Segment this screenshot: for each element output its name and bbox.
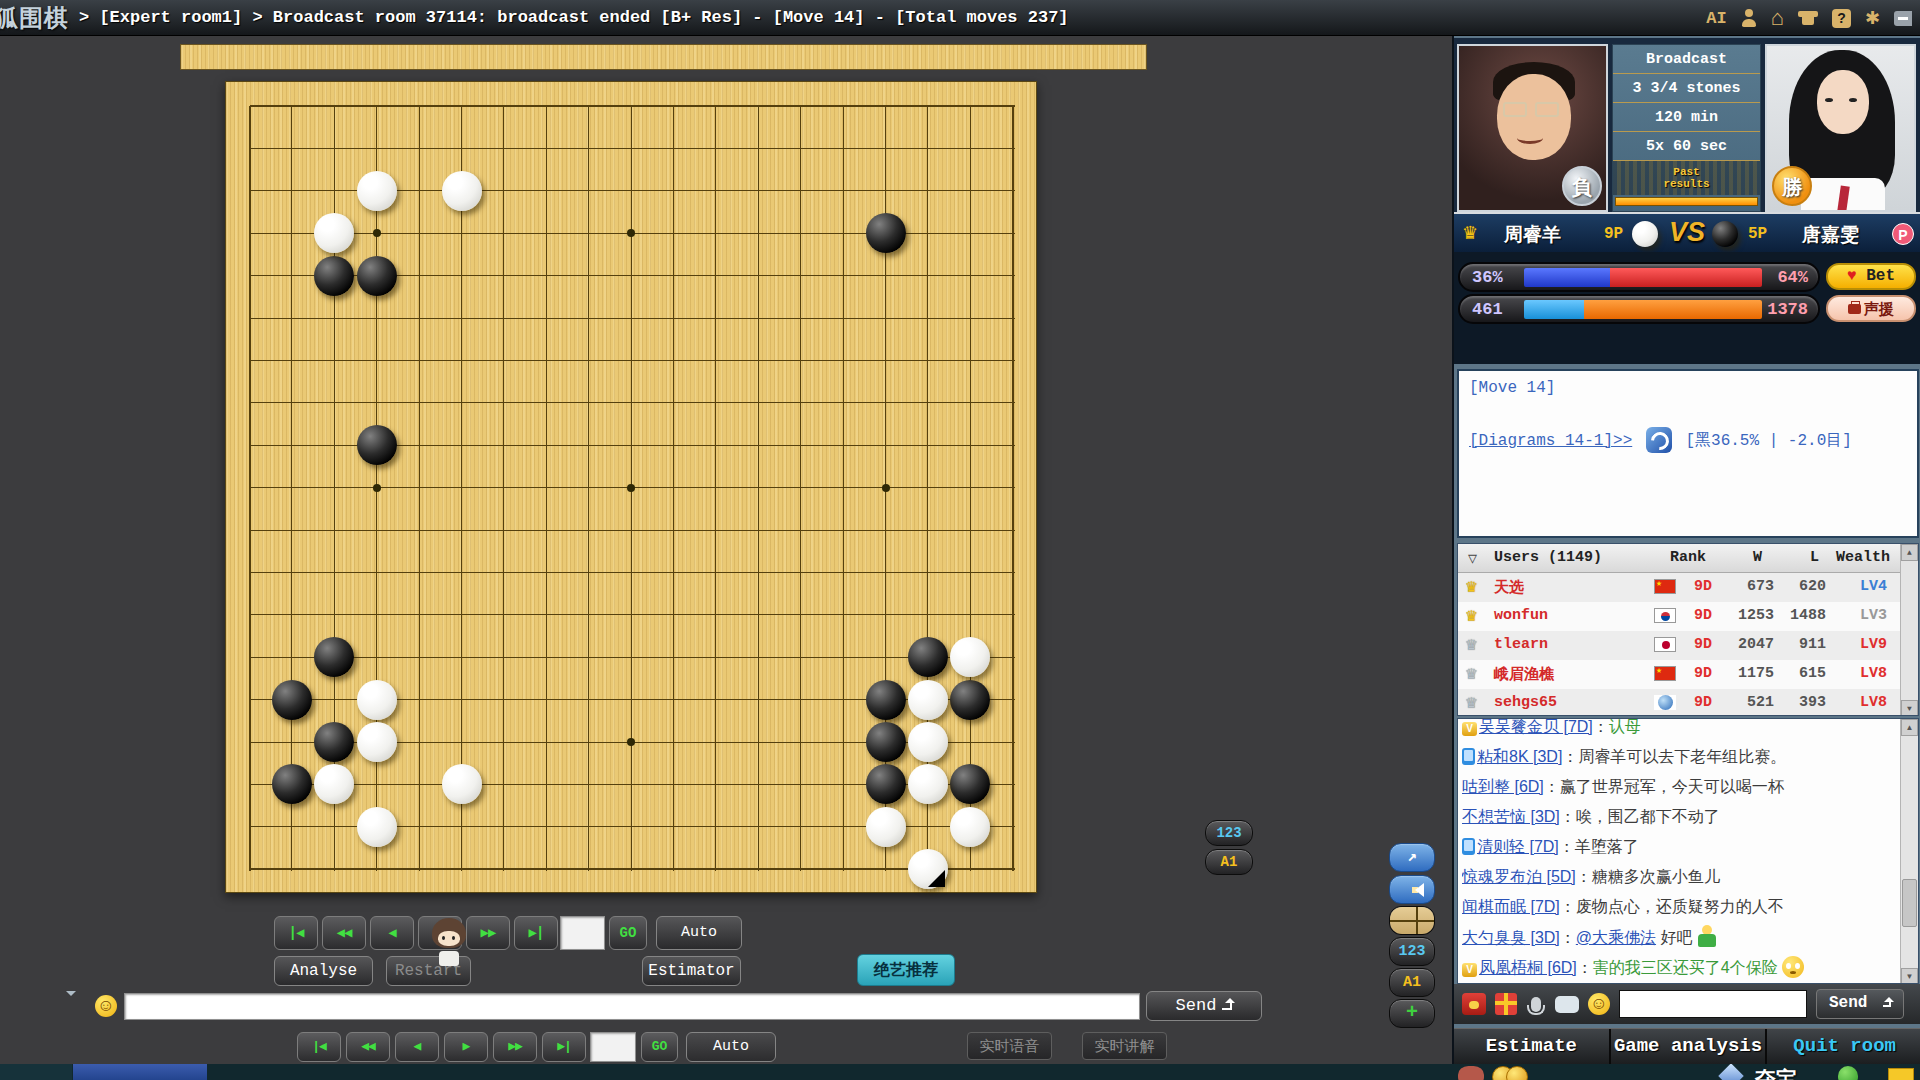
live-commentary-button[interactable]: 实时讲解 bbox=[1082, 1032, 1167, 1060]
game-analysis-button[interactable]: Game analysis bbox=[1611, 1029, 1768, 1064]
smiley-icon[interactable]: ☺ bbox=[1588, 993, 1610, 1015]
vip-badge-icon: V bbox=[1462, 722, 1477, 736]
user-wins: 521 bbox=[1728, 694, 1774, 711]
user-wealth-level: LV8 bbox=[1860, 665, 1887, 682]
diamond-icon[interactable] bbox=[1718, 1064, 1743, 1080]
user-name[interactable]: 天选 bbox=[1494, 578, 1524, 597]
chat-text: 糖糖多次赢小鱼儿 bbox=[1592, 868, 1720, 885]
stone-black bbox=[314, 256, 354, 296]
nav-first-button[interactable]: |◀ bbox=[297, 1032, 341, 1062]
stone-black bbox=[357, 256, 397, 296]
room-footer-buttons: Estimate score Game analysis Quit room bbox=[1454, 1028, 1920, 1064]
app-logo: 狐围棋 bbox=[0, 2, 69, 34]
quit-room-button[interactable]: Quit room bbox=[1767, 1029, 1920, 1064]
treasure-label[interactable]: 夺宝 bbox=[1755, 1065, 1797, 1080]
go-button[interactable]: GO bbox=[609, 916, 647, 950]
star-point bbox=[627, 738, 635, 746]
user-losses: 393 bbox=[1780, 694, 1826, 711]
stone-black bbox=[866, 213, 906, 253]
white-vote-pct: 36% bbox=[1472, 268, 1503, 287]
chat-text: 好吧 bbox=[1656, 929, 1692, 946]
auto-print-button[interactable]: Auto Print bbox=[656, 916, 742, 950]
black-result-medal: 勝 bbox=[1772, 166, 1812, 206]
user-crown-icon: ♛ bbox=[1466, 636, 1477, 654]
user-row[interactable]: ♛wonfun9D12531488LV3 bbox=[1458, 602, 1918, 631]
person-emoji bbox=[1697, 925, 1717, 947]
star-point bbox=[882, 484, 890, 492]
star-point bbox=[373, 484, 381, 492]
flag-jp-icon bbox=[1654, 637, 1676, 652]
chat-text: 认母 bbox=[1609, 718, 1641, 735]
black-stone-icon bbox=[1712, 221, 1738, 247]
chat-text: 周睿羊可以去下老年组比赛。 bbox=[1578, 748, 1786, 765]
mascot-avatar bbox=[431, 918, 467, 966]
scroll-down-arrow[interactable]: ▼ bbox=[1901, 700, 1918, 716]
match-main-time: 120 min bbox=[1613, 103, 1760, 132]
chat-message: 咕到整 [6D]：赢了世界冠军，今天可以喝一杯 bbox=[1462, 775, 1898, 799]
move-label: [Move 14] bbox=[1459, 371, 1917, 405]
home-icon[interactable]: ⌂ bbox=[1771, 8, 1784, 28]
gift-icon[interactable] bbox=[1495, 993, 1517, 1015]
eval-text: [黑36.5% | -2.0目] bbox=[1685, 432, 1851, 450]
heart-icon: ♥ bbox=[1847, 267, 1857, 285]
user-row[interactable]: ♛tlearn9D2047911LV9 bbox=[1458, 631, 1918, 660]
user-name[interactable]: 峨眉渔樵 bbox=[1494, 665, 1554, 684]
bet-button[interactable]: ♥ Bet bbox=[1826, 263, 1916, 290]
user-wins: 673 bbox=[1728, 578, 1774, 595]
ai-button[interactable]: AI bbox=[1706, 9, 1726, 28]
black-vote-pct: 64% bbox=[1777, 268, 1808, 287]
stone-white bbox=[357, 680, 397, 720]
chat-text: 赢了世界冠军，今天可以喝一杯 bbox=[1560, 778, 1784, 795]
room-send-button[interactable]: Send bbox=[1816, 989, 1904, 1019]
stone-black bbox=[866, 722, 906, 762]
chat-message: 闻棋而眠 [7D]：废物点心，还质疑努力的人不 bbox=[1462, 895, 1898, 919]
chat-user-link[interactable]: 凤凰梧桐 [6D] bbox=[1479, 959, 1577, 976]
profile-icon[interactable] bbox=[1741, 9, 1757, 27]
stone-black bbox=[272, 680, 312, 720]
black-player-rank: 5P bbox=[1748, 225, 1767, 243]
stone-black bbox=[950, 764, 990, 804]
star-point bbox=[627, 229, 635, 237]
star-point bbox=[373, 229, 381, 237]
user-losses: 615 bbox=[1780, 665, 1826, 682]
nav-back-button[interactable]: ◀ bbox=[395, 1032, 439, 1062]
user-wealth-level: LV3 bbox=[1860, 607, 1887, 624]
money-bag-icon[interactable] bbox=[1458, 1066, 1484, 1080]
chat-scroll-thumb[interactable] bbox=[1902, 879, 1917, 927]
mobile-badge-icon bbox=[1462, 838, 1475, 855]
users-header[interactable]: Users (1149) bbox=[1494, 549, 1602, 566]
vip-badge-icon: V bbox=[1462, 963, 1477, 977]
stone-white bbox=[442, 764, 482, 804]
chat-text: 害的我三区还买了4个保险 bbox=[1593, 959, 1778, 976]
taskbar-left bbox=[0, 1064, 72, 1080]
chat-message: 不想苦恼 [3D]：唉，围乙都下不动了 bbox=[1462, 805, 1898, 829]
estimate-score-button[interactable]: Estimate score bbox=[1454, 1029, 1611, 1064]
user-list-scrollbar[interactable]: ▲ ▼ bbox=[1900, 544, 1918, 716]
players-name-bar: ♛ 周睿羊 9P VS 5P 唐嘉雯 P bbox=[1454, 212, 1920, 252]
mobile-badge-icon bbox=[1462, 748, 1475, 765]
stone-white bbox=[908, 764, 948, 804]
user-crown-icon: ♛ bbox=[1466, 694, 1477, 712]
pleading-face-emoji bbox=[1782, 956, 1804, 978]
analysis-engine-icon bbox=[1646, 427, 1672, 453]
nav-last-button[interactable]: ▶| bbox=[514, 916, 558, 950]
stone-white bbox=[314, 764, 354, 804]
user-losses: 1488 bbox=[1780, 607, 1826, 624]
stone-black bbox=[908, 637, 948, 677]
coin-icon[interactable] bbox=[1506, 1066, 1528, 1080]
fox-go-app: 狐围棋 > [Expert room1] > Broadcast room 37… bbox=[0, 0, 1920, 1080]
white-player-name[interactable]: 周睿羊 bbox=[1504, 222, 1561, 248]
chat-text: 唉，围乙都下不动了 bbox=[1576, 808, 1720, 825]
theme-shirt-icon[interactable] bbox=[1798, 11, 1818, 25]
stone-white bbox=[908, 722, 948, 762]
chat-message: 粘和8K [3D]：周睿羊可以去下老年组比赛。 bbox=[1462, 745, 1898, 769]
rank-header[interactable]: Rank bbox=[1670, 549, 1706, 566]
match-byoyomi: 5x 60 sec bbox=[1613, 132, 1760, 161]
coordinates-badge-a1[interactable]: A1 bbox=[1205, 849, 1253, 875]
nav-last-button[interactable]: ▶| bbox=[542, 1032, 586, 1062]
board-style-button[interactable] bbox=[1389, 906, 1435, 935]
user-name[interactable]: wonfun bbox=[1494, 607, 1548, 624]
user-name[interactable]: sehgs65 bbox=[1494, 694, 1557, 711]
scroll-up-arrow[interactable]: ▲ bbox=[1901, 544, 1918, 561]
stone-white bbox=[357, 807, 397, 847]
past-results-bar bbox=[1615, 197, 1758, 206]
minimize-button[interactable] bbox=[1894, 11, 1912, 26]
sound-button[interactable] bbox=[1389, 875, 1435, 904]
chat-message: V凤凰梧桐 [6D]：害的我三区还买了4个保险 bbox=[1462, 956, 1898, 980]
coords-button[interactable]: A1 bbox=[1389, 968, 1435, 997]
chat-scroll-up[interactable]: ▲ bbox=[1901, 719, 1918, 736]
stone-black bbox=[866, 764, 906, 804]
chat-toolbar: ☺ Send bbox=[1454, 984, 1920, 1024]
spectator-chat-input[interactable] bbox=[124, 993, 1140, 1020]
mail-icon[interactable] bbox=[1888, 1068, 1914, 1080]
taskbar-active-item[interactable] bbox=[73, 1064, 207, 1080]
user-wealth-level: LV9 bbox=[1860, 636, 1887, 653]
nav-first-button[interactable]: |◀ bbox=[274, 916, 318, 950]
board-title-strip bbox=[180, 44, 1147, 70]
wealth-header[interactable]: Wealth bbox=[1836, 549, 1890, 566]
nav-fast-back-button[interactable]: ◀◀ bbox=[346, 1032, 390, 1062]
numbering-badge-123[interactable]: 123 bbox=[1205, 820, 1253, 846]
chat-message: 清则轻 [7D]：羊堕落了 bbox=[1462, 835, 1898, 859]
green-mascot-icon[interactable] bbox=[1838, 1066, 1858, 1080]
stone-black bbox=[272, 764, 312, 804]
losses-header[interactable]: L bbox=[1810, 549, 1819, 566]
match-card: 負 Broadcast 3 3/4 stones 120 min 5x 60 s… bbox=[1454, 38, 1920, 216]
help-icon[interactable]: ? bbox=[1832, 9, 1851, 28]
red-packet-icon[interactable] bbox=[1462, 993, 1486, 1015]
estimator-button[interactable]: Estimator bbox=[642, 956, 741, 986]
user-losses: 620 bbox=[1780, 578, 1826, 595]
chat-user-link[interactable]: 清则轻 [7D] bbox=[1477, 838, 1559, 855]
user-wins: 1175 bbox=[1728, 665, 1774, 682]
crown-icon: ♛ bbox=[1462, 224, 1478, 242]
diagram-link[interactable]: [Diagrams 14-1]>> bbox=[1469, 432, 1632, 450]
go-button-2[interactable]: GO bbox=[641, 1032, 678, 1062]
nav-fast-forward-button[interactable]: ▶▶ bbox=[466, 916, 510, 950]
user-rank: 9D bbox=[1694, 636, 1712, 653]
live-voice-button[interactable]: 实时语音 bbox=[967, 1032, 1052, 1060]
analyse-button[interactable]: Analyse bbox=[274, 956, 373, 986]
stone-white bbox=[357, 722, 397, 762]
user-row[interactable]: ♛峨眉渔樵9D1175615LV8 bbox=[1458, 660, 1918, 689]
vs-label: VS bbox=[1669, 217, 1705, 248]
user-rank: 9D bbox=[1694, 694, 1712, 711]
black-player-name[interactable]: 唐嘉雯 bbox=[1802, 222, 1859, 248]
wins-header[interactable]: W bbox=[1753, 549, 1762, 566]
speech-bubble-icon[interactable] bbox=[1555, 996, 1579, 1013]
black-support-count: 1378 bbox=[1767, 300, 1808, 319]
right-panel: 負 Broadcast 3 3/4 stones 120 min 5x 60 s… bbox=[1452, 36, 1920, 1064]
send-arrow-icon bbox=[1222, 1000, 1232, 1010]
chat-user-link[interactable]: 咕到整 [6D] bbox=[1462, 778, 1544, 795]
support-button[interactable]: 声援 bbox=[1826, 295, 1916, 322]
user-losses: 911 bbox=[1780, 636, 1826, 653]
breadcrumb: > [Expert room1] > Broadcast room 37114:… bbox=[79, 8, 1069, 27]
star-point bbox=[627, 484, 635, 492]
user-rank: 9D bbox=[1694, 665, 1712, 682]
stone-white bbox=[442, 171, 482, 211]
go-board[interactable] bbox=[225, 81, 1037, 893]
user-list: ▽ Users (1149) Rank W L Wealth ♛天选9D6736… bbox=[1457, 543, 1919, 716]
nav-fast-back-button[interactable]: ◀◀ bbox=[322, 916, 366, 950]
win-vote-bar: 36% 64% bbox=[1458, 262, 1820, 292]
chat-mention-link[interactable]: @大乘佛法 bbox=[1576, 929, 1656, 946]
stone-black bbox=[866, 680, 906, 720]
top-bar-icons: AI ⌂ ? ✱ bbox=[1706, 0, 1912, 36]
user-crown-icon: ♛ bbox=[1466, 665, 1477, 683]
user-row[interactable]: ♛天选9D673620LV4 bbox=[1458, 573, 1918, 602]
stone-white bbox=[950, 637, 990, 677]
pink-p-badge: P bbox=[1892, 223, 1914, 245]
flag-cn-icon bbox=[1654, 579, 1676, 594]
filter-funnel-icon[interactable]: ▽ bbox=[1468, 549, 1477, 568]
share-icon: ↗ bbox=[1407, 848, 1417, 866]
user-list-header: ▽ Users (1149) Rank W L Wealth bbox=[1458, 544, 1918, 573]
user-wins: 2047 bbox=[1728, 636, 1774, 653]
user-wealth-level: LV4 bbox=[1860, 578, 1887, 595]
stone-black bbox=[357, 425, 397, 465]
white-stone-icon bbox=[1632, 221, 1658, 247]
past-results-label[interactable]: Pastresults bbox=[1613, 161, 1760, 195]
flag-cn-icon bbox=[1654, 666, 1676, 681]
spectator-send-button[interactable]: Send bbox=[1146, 991, 1262, 1021]
move-number-input-2[interactable] bbox=[590, 1032, 636, 1062]
user-row[interactable]: ♛sehgs659D521393LV8 bbox=[1458, 689, 1918, 716]
move-info-box: [Move 14] [Diagrams 14-1]>> [黑36.5% | -2… bbox=[1457, 369, 1919, 538]
user-wealth-level: LV8 bbox=[1860, 694, 1887, 711]
stone-white bbox=[950, 807, 990, 847]
chat-message: 惊魂罗布泊 [5D]：糖糖多次赢小鱼儿 bbox=[1462, 865, 1898, 889]
chat-text: 羊堕落了 bbox=[1575, 838, 1639, 855]
user-wins: 1253 bbox=[1728, 607, 1774, 624]
top-bar: 狐围棋 > [Expert room1] > Broadcast room 37… bbox=[0, 0, 1920, 36]
nav-forward-button[interactable]: ▶ bbox=[444, 1032, 488, 1062]
chat-user-link[interactable]: 粘和8K [3D] bbox=[1477, 748, 1562, 765]
white-result-medal: 負 bbox=[1562, 166, 1602, 206]
match-info: Broadcast 3 3/4 stones 120 min 5x 60 sec… bbox=[1612, 44, 1761, 212]
emoticon-icon[interactable]: ☺ bbox=[95, 995, 117, 1017]
microphone-icon[interactable] bbox=[1531, 997, 1541, 1012]
chat-box: V吴吴餮金贝 [7D]：认母粘和8K [3D]：周睿羊可以去下老年组比赛。咕到整… bbox=[1457, 718, 1919, 984]
chat-scrollbar[interactable]: ▲ ▼ bbox=[1900, 719, 1918, 984]
chat-user-link[interactable]: 大勺臭臭 [3D] bbox=[1462, 929, 1560, 946]
last-move-marker bbox=[928, 870, 945, 887]
chat-scroll-down[interactable]: ▼ bbox=[1901, 968, 1918, 984]
user-crown-icon: ♛ bbox=[1466, 607, 1477, 625]
send-label: Send bbox=[1176, 996, 1217, 1015]
white-support-count: 461 bbox=[1472, 300, 1503, 319]
stone-black bbox=[314, 722, 354, 762]
share-button[interactable]: ↗ bbox=[1389, 843, 1435, 872]
stone-white bbox=[908, 680, 948, 720]
mini-board-icon bbox=[1390, 907, 1434, 934]
stone-black bbox=[950, 680, 990, 720]
stone-white bbox=[866, 807, 906, 847]
nav-back-button[interactable]: ◀ bbox=[370, 916, 414, 950]
chat-message: V吴吴餮金贝 [7D]：认母 bbox=[1462, 718, 1898, 739]
match-handicap: 3 3/4 stones bbox=[1613, 74, 1760, 103]
taskbar-strip: 夺宝 bbox=[0, 1064, 1920, 1080]
auto-print-button-2[interactable]: Auto Print bbox=[686, 1032, 776, 1062]
settings-gear-icon[interactable]: ✱ bbox=[1865, 7, 1880, 29]
flag-globe-icon bbox=[1654, 695, 1676, 710]
chat-user-link[interactable]: 闻棋而眠 [7D] bbox=[1462, 898, 1560, 915]
nav-fast-forward-button[interactable]: ▶▶ bbox=[493, 1032, 537, 1062]
match-mode: Broadcast bbox=[1613, 45, 1760, 74]
ai-recommend-button[interactable]: 绝艺推荐 bbox=[857, 954, 955, 986]
chat-user-link[interactable]: 不想苦恼 [3D] bbox=[1462, 808, 1560, 825]
user-name[interactable]: tlearn bbox=[1494, 636, 1548, 653]
move-numbers-button[interactable]: 123 bbox=[1389, 937, 1435, 966]
stone-white bbox=[314, 213, 354, 253]
flag-kr-icon bbox=[1654, 608, 1676, 623]
white-player-rank: 9P bbox=[1604, 225, 1623, 243]
send-arrow-icon bbox=[1883, 999, 1891, 1007]
chat-text: 废物点心，还质疑努力的人不 bbox=[1576, 898, 1784, 915]
support-bar: 461 1378 bbox=[1458, 294, 1820, 324]
chat-message: 大勺臭臭 [3D]：@大乘佛法 好吧 bbox=[1462, 925, 1898, 950]
stone-white bbox=[908, 849, 948, 889]
bet-section: 36% 64% ♥ Bet 461 1378 声援 bbox=[1454, 252, 1920, 364]
chat-user-link[interactable]: 吴吴餮金贝 [7D] bbox=[1479, 718, 1593, 735]
stone-white bbox=[357, 171, 397, 211]
chat-user-link[interactable]: 惊魂罗布泊 [5D] bbox=[1462, 868, 1576, 885]
move-number-input[interactable] bbox=[560, 916, 605, 950]
stone-black bbox=[314, 637, 354, 677]
user-rank: 9D bbox=[1694, 578, 1712, 595]
user-rank: 9D bbox=[1694, 607, 1712, 624]
room-chat-input[interactable] bbox=[1619, 990, 1807, 1018]
support-icon bbox=[1848, 304, 1861, 314]
user-crown-icon: ♛ bbox=[1466, 578, 1477, 596]
add-button[interactable]: + bbox=[1389, 999, 1435, 1028]
